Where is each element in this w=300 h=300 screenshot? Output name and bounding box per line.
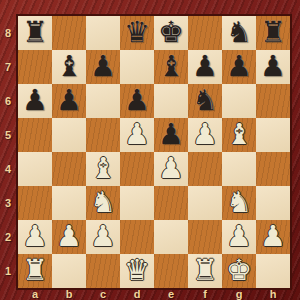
file-label-g: g [222,289,256,300]
piece-black-pawn: ♟ [260,49,286,83]
piece-black-pawn: ♟ [192,49,218,83]
piece-white-rook: ♜ [192,253,218,287]
square-a1[interactable]: ♜ [18,254,52,288]
square-h1[interactable] [256,254,290,288]
piece-white-pawn: ♟ [56,219,82,253]
chess-board: ♜♛♚♞♜♝♟♝♟♟♟♟♟♟♞♟♟♟♝♝♟♞♞♟♟♟♟♟♜♛♜♚ [18,16,290,288]
square-d2[interactable] [120,220,154,254]
square-h4[interactable] [256,152,290,186]
square-f1[interactable]: ♜ [188,254,222,288]
piece-white-bishop: ♝ [90,151,116,185]
piece-black-pawn: ♟ [158,117,184,151]
square-g2[interactable]: ♟ [222,220,256,254]
square-b8[interactable] [52,16,86,50]
square-c4[interactable]: ♝ [86,152,120,186]
piece-white-pawn: ♟ [192,117,218,151]
rank-labels: 87654321 [0,16,16,288]
file-label-c: c [86,289,120,300]
square-d5[interactable]: ♟ [120,118,154,152]
square-h3[interactable] [256,186,290,220]
piece-white-pawn: ♟ [90,219,116,253]
square-g3[interactable]: ♞ [222,186,256,220]
piece-black-rook: ♜ [22,15,48,49]
square-d8[interactable]: ♛ [120,16,154,50]
square-d6[interactable]: ♟ [120,84,154,118]
square-e3[interactable] [154,186,188,220]
chess-board-frame: 87654321 abcdefgh ♜♛♚♞♜♝♟♝♟♟♟♟♟♟♞♟♟♟♝♝♟♞… [0,0,300,300]
square-c5[interactable] [86,118,120,152]
piece-white-knight: ♞ [90,185,116,219]
square-g6[interactable] [222,84,256,118]
square-b4[interactable] [52,152,86,186]
square-b1[interactable] [52,254,86,288]
piece-black-knight: ♞ [226,15,252,49]
square-c3[interactable]: ♞ [86,186,120,220]
square-h8[interactable]: ♜ [256,16,290,50]
piece-black-pawn: ♟ [124,83,150,117]
piece-black-queen: ♛ [124,15,150,49]
square-a2[interactable]: ♟ [18,220,52,254]
square-g1[interactable]: ♚ [222,254,256,288]
piece-white-pawn: ♟ [158,151,184,185]
square-d3[interactable] [120,186,154,220]
board-outline: ♜♛♚♞♜♝♟♝♟♟♟♟♟♟♞♟♟♟♝♝♟♞♞♟♟♟♟♟♜♛♜♚ [16,14,292,290]
piece-white-pawn: ♟ [124,117,150,151]
square-e2[interactable] [154,220,188,254]
square-c6[interactable] [86,84,120,118]
square-a3[interactable] [18,186,52,220]
square-a7[interactable] [18,50,52,84]
file-label-f: f [188,289,222,300]
piece-white-bishop: ♝ [226,117,252,151]
square-a4[interactable] [18,152,52,186]
square-d1[interactable]: ♛ [120,254,154,288]
square-f8[interactable] [188,16,222,50]
rank-label-3: 3 [0,186,16,220]
square-b2[interactable]: ♟ [52,220,86,254]
square-c8[interactable] [86,16,120,50]
square-h6[interactable] [256,84,290,118]
square-c1[interactable] [86,254,120,288]
piece-black-bishop: ♝ [56,49,82,83]
square-f5[interactable]: ♟ [188,118,222,152]
piece-black-king: ♚ [158,15,184,49]
square-a6[interactable]: ♟ [18,84,52,118]
square-e4[interactable]: ♟ [154,152,188,186]
square-g4[interactable] [222,152,256,186]
rank-label-5: 5 [0,118,16,152]
piece-white-king: ♚ [226,253,252,287]
square-b3[interactable] [52,186,86,220]
square-b5[interactable] [52,118,86,152]
file-label-a: a [18,289,52,300]
piece-black-pawn: ♟ [56,83,82,117]
square-h5[interactable] [256,118,290,152]
square-f6[interactable]: ♞ [188,84,222,118]
rank-label-7: 7 [0,50,16,84]
square-f3[interactable] [188,186,222,220]
square-f7[interactable]: ♟ [188,50,222,84]
square-h2[interactable]: ♟ [256,220,290,254]
rank-label-6: 6 [0,84,16,118]
square-b7[interactable]: ♝ [52,50,86,84]
square-e8[interactable]: ♚ [154,16,188,50]
piece-white-queen: ♛ [124,253,150,287]
rank-label-1: 1 [0,254,16,288]
piece-white-pawn: ♟ [260,219,286,253]
rank-label-4: 4 [0,152,16,186]
piece-white-pawn: ♟ [22,219,48,253]
piece-black-pawn: ♟ [90,49,116,83]
piece-white-pawn: ♟ [226,219,252,253]
rank-label-2: 2 [0,220,16,254]
square-e5[interactable]: ♟ [154,118,188,152]
piece-black-bishop: ♝ [158,49,184,83]
square-d7[interactable] [120,50,154,84]
square-d4[interactable] [120,152,154,186]
piece-black-pawn: ♟ [22,83,48,117]
square-h7[interactable]: ♟ [256,50,290,84]
file-label-d: d [120,289,154,300]
square-g8[interactable]: ♞ [222,16,256,50]
square-a8[interactable]: ♜ [18,16,52,50]
square-a5[interactable] [18,118,52,152]
square-e6[interactable] [154,84,188,118]
square-c2[interactable]: ♟ [86,220,120,254]
piece-black-pawn: ♟ [226,49,252,83]
piece-black-knight: ♞ [192,83,218,117]
piece-white-rook: ♜ [22,253,48,287]
square-f2[interactable] [188,220,222,254]
file-label-h: h [256,289,290,300]
square-e7[interactable]: ♝ [154,50,188,84]
file-label-e: e [154,289,188,300]
file-label-b: b [52,289,86,300]
square-c7[interactable]: ♟ [86,50,120,84]
square-g5[interactable]: ♝ [222,118,256,152]
square-e1[interactable] [154,254,188,288]
rank-label-8: 8 [0,16,16,50]
square-f4[interactable] [188,152,222,186]
square-b6[interactable]: ♟ [52,84,86,118]
piece-black-rook: ♜ [260,15,286,49]
square-g7[interactable]: ♟ [222,50,256,84]
piece-white-knight: ♞ [226,185,252,219]
file-labels: abcdefgh [18,289,290,300]
